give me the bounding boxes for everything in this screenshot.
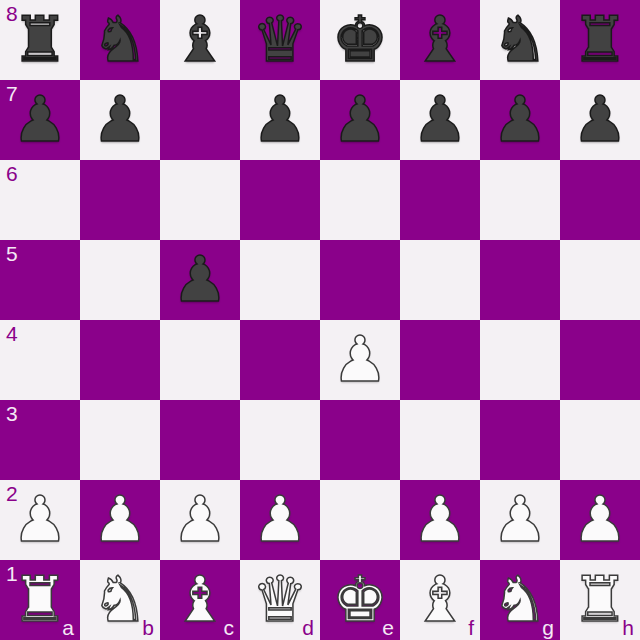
square-b3[interactable] <box>80 400 160 480</box>
square-a7[interactable]: 7♟ <box>0 80 80 160</box>
square-a3[interactable]: 3 <box>0 400 80 480</box>
white-bishop[interactable]: ♝ <box>172 560 228 640</box>
file-label-b: b <box>142 616 154 639</box>
square-h2[interactable]: ♟ <box>560 480 640 560</box>
square-g7[interactable]: ♟ <box>480 80 560 160</box>
black-pawn[interactable]: ♟ <box>92 80 148 160</box>
white-knight[interactable]: ♞ <box>492 560 548 640</box>
black-pawn[interactable]: ♟ <box>172 240 228 320</box>
white-pawn[interactable]: ♟ <box>572 480 628 560</box>
square-b4[interactable] <box>80 320 160 400</box>
square-e5[interactable] <box>320 240 400 320</box>
rank-label-6: 6 <box>6 162 18 185</box>
square-b5[interactable] <box>80 240 160 320</box>
chess-board: 8♜♞♝♛♚♝♞♜7♟♟♟♟♟♟♟65♟4♟32♟♟♟♟♟♟♟1a♜b♞c♝d♛… <box>0 0 640 640</box>
file-label-c: c <box>224 616 235 639</box>
square-a2[interactable]: 2♟ <box>0 480 80 560</box>
square-f3[interactable] <box>400 400 480 480</box>
square-b1[interactable]: b♞ <box>80 560 160 640</box>
white-knight[interactable]: ♞ <box>92 560 148 640</box>
black-pawn[interactable]: ♟ <box>332 80 388 160</box>
white-pawn[interactable]: ♟ <box>252 480 308 560</box>
white-pawn[interactable]: ♟ <box>172 480 228 560</box>
square-g6[interactable] <box>480 160 560 240</box>
square-a5[interactable]: 5 <box>0 240 80 320</box>
square-h1[interactable]: h♜ <box>560 560 640 640</box>
square-h3[interactable] <box>560 400 640 480</box>
square-d7[interactable]: ♟ <box>240 80 320 160</box>
black-bishop[interactable]: ♝ <box>172 0 228 80</box>
square-b7[interactable]: ♟ <box>80 80 160 160</box>
square-d4[interactable] <box>240 320 320 400</box>
square-f7[interactable]: ♟ <box>400 80 480 160</box>
square-c7[interactable] <box>160 80 240 160</box>
file-label-f: f <box>468 616 474 639</box>
square-c2[interactable]: ♟ <box>160 480 240 560</box>
black-pawn[interactable]: ♟ <box>252 80 308 160</box>
rank-label-3: 3 <box>6 402 18 425</box>
file-label-a: a <box>62 616 74 639</box>
black-pawn[interactable]: ♟ <box>412 80 468 160</box>
square-c3[interactable] <box>160 400 240 480</box>
file-label-g: g <box>542 616 554 639</box>
square-e4[interactable]: ♟ <box>320 320 400 400</box>
square-f4[interactable] <box>400 320 480 400</box>
square-h8[interactable]: ♜ <box>560 0 640 80</box>
square-d3[interactable] <box>240 400 320 480</box>
rank-label-2: 2 <box>6 482 18 505</box>
rank-label-4: 4 <box>6 322 18 345</box>
square-g5[interactable] <box>480 240 560 320</box>
white-pawn[interactable]: ♟ <box>492 480 548 560</box>
square-a6[interactable]: 6 <box>0 160 80 240</box>
white-rook[interactable]: ♜ <box>572 560 628 640</box>
black-bishop[interactable]: ♝ <box>412 0 468 80</box>
square-f8[interactable]: ♝ <box>400 0 480 80</box>
square-g8[interactable]: ♞ <box>480 0 560 80</box>
square-e2[interactable] <box>320 480 400 560</box>
black-pawn[interactable]: ♟ <box>572 80 628 160</box>
rank-label-7: 7 <box>6 82 18 105</box>
white-king[interactable]: ♚ <box>332 560 388 640</box>
white-pawn[interactable]: ♟ <box>332 320 388 400</box>
square-h6[interactable] <box>560 160 640 240</box>
square-g2[interactable]: ♟ <box>480 480 560 560</box>
square-c1[interactable]: c♝ <box>160 560 240 640</box>
file-label-e: e <box>382 616 394 639</box>
square-d8[interactable]: ♛ <box>240 0 320 80</box>
square-b2[interactable]: ♟ <box>80 480 160 560</box>
square-c5[interactable]: ♟ <box>160 240 240 320</box>
square-e1[interactable]: e♚ <box>320 560 400 640</box>
white-rook[interactable]: ♜ <box>12 560 68 640</box>
black-pawn[interactable]: ♟ <box>492 80 548 160</box>
square-a1[interactable]: 1a♜ <box>0 560 80 640</box>
square-c4[interactable] <box>160 320 240 400</box>
square-a4[interactable]: 4 <box>0 320 80 400</box>
square-e6[interactable] <box>320 160 400 240</box>
black-pawn[interactable]: ♟ <box>12 80 68 160</box>
square-d5[interactable] <box>240 240 320 320</box>
square-e8[interactable]: ♚ <box>320 0 400 80</box>
square-c6[interactable] <box>160 160 240 240</box>
square-f5[interactable] <box>400 240 480 320</box>
white-pawn[interactable]: ♟ <box>12 480 68 560</box>
black-knight[interactable]: ♞ <box>492 0 548 80</box>
black-king[interactable]: ♚ <box>332 0 388 80</box>
black-rook[interactable]: ♜ <box>12 0 68 80</box>
square-h5[interactable] <box>560 240 640 320</box>
square-h7[interactable]: ♟ <box>560 80 640 160</box>
square-d1[interactable]: d♛ <box>240 560 320 640</box>
square-e7[interactable]: ♟ <box>320 80 400 160</box>
square-g4[interactable] <box>480 320 560 400</box>
file-label-d: d <box>302 616 314 639</box>
white-pawn[interactable]: ♟ <box>92 480 148 560</box>
black-knight[interactable]: ♞ <box>92 0 148 80</box>
square-c8[interactable]: ♝ <box>160 0 240 80</box>
square-d2[interactable]: ♟ <box>240 480 320 560</box>
square-g3[interactable] <box>480 400 560 480</box>
square-b8[interactable]: ♞ <box>80 0 160 80</box>
black-rook[interactable]: ♜ <box>572 0 628 80</box>
white-pawn[interactable]: ♟ <box>412 480 468 560</box>
square-h4[interactable] <box>560 320 640 400</box>
rank-label-8: 8 <box>6 2 18 25</box>
square-f2[interactable]: ♟ <box>400 480 480 560</box>
square-a8[interactable]: 8♜ <box>0 0 80 80</box>
file-label-h: h <box>622 616 634 639</box>
square-f6[interactable] <box>400 160 480 240</box>
black-queen[interactable]: ♛ <box>252 0 308 80</box>
white-queen[interactable]: ♛ <box>252 560 308 640</box>
rank-label-1: 1 <box>6 562 18 585</box>
square-g1[interactable]: g♞ <box>480 560 560 640</box>
square-e3[interactable] <box>320 400 400 480</box>
rank-label-5: 5 <box>6 242 18 265</box>
square-d6[interactable] <box>240 160 320 240</box>
square-f1[interactable]: f♝ <box>400 560 480 640</box>
white-bishop[interactable]: ♝ <box>412 560 468 640</box>
square-b6[interactable] <box>80 160 160 240</box>
